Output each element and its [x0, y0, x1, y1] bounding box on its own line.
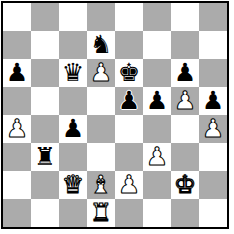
square-d3[interactable]	[87, 143, 115, 171]
square-c3[interactable]	[59, 143, 87, 171]
piece-white-pawn-g5[interactable]: ♟	[174, 87, 196, 115]
square-c2[interactable]: ♛	[59, 171, 87, 199]
square-d8[interactable]	[87, 3, 115, 31]
chess-board: ♞♟♛♟♚♟♟♟♟♟♟♟♟♜♟♛♝♟♚♜	[1, 1, 229, 229]
square-h7[interactable]	[199, 31, 227, 59]
square-h2[interactable]	[199, 171, 227, 199]
piece-white-queen-c2[interactable]: ♛	[62, 171, 84, 199]
piece-white-pawn-d6[interactable]: ♟	[90, 59, 112, 87]
square-g4[interactable]	[171, 115, 199, 143]
square-c4[interactable]: ♟	[59, 115, 87, 143]
square-c1[interactable]	[59, 199, 87, 227]
square-g1[interactable]	[171, 199, 199, 227]
square-h4[interactable]: ♟	[199, 115, 227, 143]
square-f2[interactable]	[143, 171, 171, 199]
square-d7[interactable]: ♞	[87, 31, 115, 59]
square-b7[interactable]	[31, 31, 59, 59]
piece-white-bishop-d2[interactable]: ♝	[90, 171, 112, 199]
square-e5[interactable]: ♟	[115, 87, 143, 115]
square-c6[interactable]: ♛	[59, 59, 87, 87]
square-b3[interactable]: ♜	[31, 143, 59, 171]
square-b8[interactable]	[31, 3, 59, 31]
square-a2[interactable]	[3, 171, 31, 199]
square-c8[interactable]	[59, 3, 87, 31]
piece-white-pawn-f3[interactable]: ♟	[146, 143, 168, 171]
square-b6[interactable]	[31, 59, 59, 87]
square-a5[interactable]	[3, 87, 31, 115]
square-h8[interactable]	[199, 3, 227, 31]
piece-black-pawn-e5[interactable]: ♟	[118, 87, 140, 115]
square-g3[interactable]	[171, 143, 199, 171]
square-g7[interactable]	[171, 31, 199, 59]
square-f8[interactable]	[143, 3, 171, 31]
square-g2[interactable]: ♚	[171, 171, 199, 199]
square-f5[interactable]: ♟	[143, 87, 171, 115]
piece-white-pawn-a4[interactable]: ♟	[6, 115, 28, 143]
square-e1[interactable]	[115, 199, 143, 227]
piece-black-pawn-f5[interactable]: ♟	[146, 87, 168, 115]
square-e8[interactable]	[115, 3, 143, 31]
square-a7[interactable]	[3, 31, 31, 59]
square-f7[interactable]	[143, 31, 171, 59]
square-c5[interactable]	[59, 87, 87, 115]
square-f6[interactable]	[143, 59, 171, 87]
board-grid: ♞♟♛♟♚♟♟♟♟♟♟♟♟♜♟♛♝♟♚♜	[3, 3, 227, 227]
piece-black-pawn-c4[interactable]: ♟	[62, 115, 84, 143]
square-f1[interactable]	[143, 199, 171, 227]
square-g6[interactable]: ♟	[171, 59, 199, 87]
square-g5[interactable]: ♟	[171, 87, 199, 115]
square-b2[interactable]	[31, 171, 59, 199]
square-d2[interactable]: ♝	[87, 171, 115, 199]
square-g8[interactable]	[171, 3, 199, 31]
piece-black-pawn-g6[interactable]: ♟	[174, 59, 196, 87]
square-h6[interactable]	[199, 59, 227, 87]
square-d1[interactable]: ♜	[87, 199, 115, 227]
square-b4[interactable]	[31, 115, 59, 143]
piece-white-pawn-e2[interactable]: ♟	[118, 171, 140, 199]
square-a4[interactable]: ♟	[3, 115, 31, 143]
square-e4[interactable]	[115, 115, 143, 143]
square-e6[interactable]: ♚	[115, 59, 143, 87]
square-f4[interactable]	[143, 115, 171, 143]
piece-black-queen-c6[interactable]: ♛	[62, 59, 84, 87]
square-b1[interactable]	[31, 199, 59, 227]
square-e3[interactable]	[115, 143, 143, 171]
square-b5[interactable]	[31, 87, 59, 115]
piece-black-king-e6[interactable]: ♚	[118, 59, 140, 87]
square-a1[interactable]	[3, 199, 31, 227]
square-h1[interactable]	[199, 199, 227, 227]
piece-black-pawn-a6[interactable]: ♟	[6, 59, 28, 87]
square-d6[interactable]: ♟	[87, 59, 115, 87]
square-d4[interactable]	[87, 115, 115, 143]
piece-black-pawn-h5[interactable]: ♟	[202, 87, 224, 115]
chess-diagram: { "game": "chess", "board": { "type": "c…	[0, 0, 234, 234]
square-e7[interactable]	[115, 31, 143, 59]
piece-black-knight-d7[interactable]: ♞	[90, 31, 112, 59]
piece-black-rook-b3[interactable]: ♜	[34, 143, 56, 171]
square-a8[interactable]	[3, 3, 31, 31]
square-a6[interactable]: ♟	[3, 59, 31, 87]
piece-white-king-g2[interactable]: ♚	[174, 171, 196, 199]
piece-white-rook-d1[interactable]: ♜	[90, 199, 112, 227]
square-d5[interactable]	[87, 87, 115, 115]
piece-white-pawn-h4[interactable]: ♟	[202, 115, 224, 143]
square-f3[interactable]: ♟	[143, 143, 171, 171]
square-h3[interactable]	[199, 143, 227, 171]
square-h5[interactable]: ♟	[199, 87, 227, 115]
square-a3[interactable]	[3, 143, 31, 171]
square-e2[interactable]: ♟	[115, 171, 143, 199]
square-c7[interactable]	[59, 31, 87, 59]
